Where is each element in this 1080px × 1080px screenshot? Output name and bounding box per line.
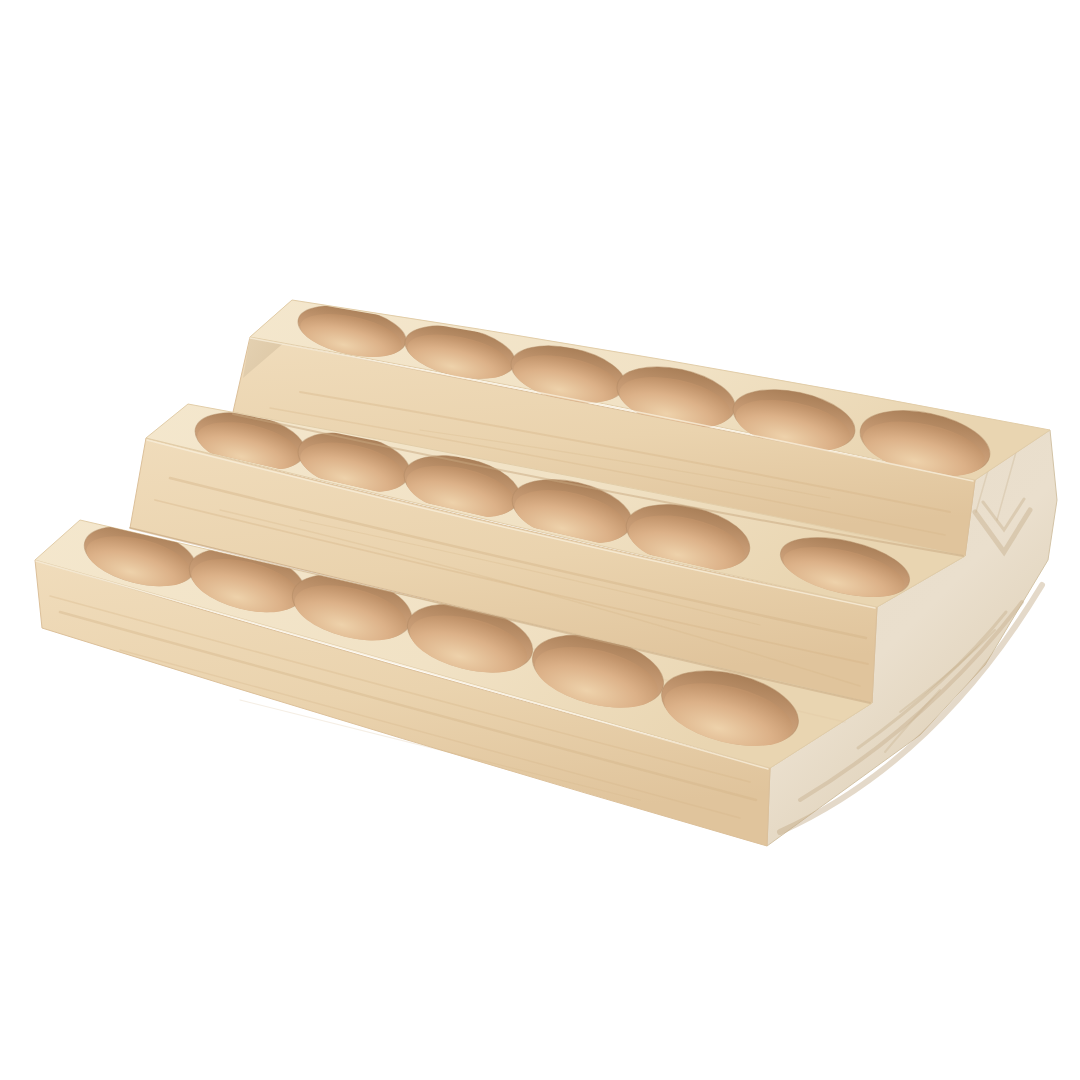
product-photo [0,0,1080,1080]
board-canvas [0,0,1080,1080]
